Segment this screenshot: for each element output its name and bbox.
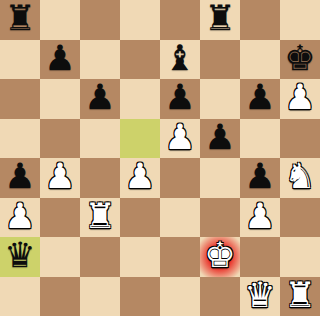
square-h6[interactable]: ♟ [280,79,320,119]
white-knight[interactable]: ♞ [284,158,315,197]
square-f6[interactable] [200,79,240,119]
square-d6[interactable] [120,79,160,119]
square-d5[interactable] [120,119,160,159]
square-e7[interactable]: ♝ [160,40,200,80]
black-pawn[interactable]: ♟ [164,79,195,118]
square-e2[interactable] [160,237,200,277]
square-d1[interactable] [120,277,160,317]
square-f7[interactable] [200,40,240,80]
white-queen[interactable]: ♛ [244,277,275,316]
square-h4[interactable]: ♞ [280,158,320,198]
white-rook[interactable]: ♜ [84,198,115,237]
square-g3[interactable]: ♟ [240,198,280,238]
square-f3[interactable] [200,198,240,238]
square-e3[interactable] [160,198,200,238]
white-pawn[interactable]: ♟ [244,198,275,237]
square-h3[interactable] [280,198,320,238]
square-b2[interactable] [40,237,80,277]
square-b3[interactable] [40,198,80,238]
square-f2[interactable]: ♚ [200,237,240,277]
square-g6[interactable]: ♟ [240,79,280,119]
square-g4[interactable]: ♟ [240,158,280,198]
black-rook[interactable]: ♜ [204,0,235,39]
square-e4[interactable] [160,158,200,198]
square-b4[interactable]: ♟ [40,158,80,198]
square-a1[interactable] [0,277,40,317]
square-e1[interactable] [160,277,200,317]
square-d4[interactable]: ♟ [120,158,160,198]
square-h2[interactable] [280,237,320,277]
square-c4[interactable] [80,158,120,198]
square-e8[interactable] [160,0,200,40]
square-d2[interactable] [120,237,160,277]
square-d7[interactable] [120,40,160,80]
square-b7[interactable]: ♟ [40,40,80,80]
white-pawn[interactable]: ♟ [124,158,155,197]
square-e6[interactable]: ♟ [160,79,200,119]
square-g7[interactable] [240,40,280,80]
square-c2[interactable] [80,237,120,277]
square-g1[interactable]: ♛ [240,277,280,317]
square-c6[interactable]: ♟ [80,79,120,119]
square-e5[interactable]: ♟ [160,119,200,159]
square-g5[interactable] [240,119,280,159]
white-pawn[interactable]: ♟ [44,158,75,197]
white-pawn[interactable]: ♟ [284,79,315,118]
square-g8[interactable] [240,0,280,40]
square-a8[interactable]: ♜ [0,0,40,40]
square-f5[interactable]: ♟ [200,119,240,159]
square-a4[interactable]: ♟ [0,158,40,198]
black-rook[interactable]: ♜ [4,0,35,39]
square-c5[interactable] [80,119,120,159]
square-g2[interactable] [240,237,280,277]
square-d8[interactable] [120,0,160,40]
square-f1[interactable] [200,277,240,317]
white-pawn[interactable]: ♟ [4,198,35,237]
black-pawn[interactable]: ♟ [244,79,275,118]
black-king[interactable]: ♚ [284,40,315,79]
square-a3[interactable]: ♟ [0,198,40,238]
black-queen[interactable]: ♛ [4,237,35,276]
white-king[interactable]: ♚ [204,237,235,276]
square-f4[interactable] [200,158,240,198]
square-c3[interactable]: ♜ [80,198,120,238]
square-c8[interactable] [80,0,120,40]
square-d3[interactable] [120,198,160,238]
black-pawn[interactable]: ♟ [204,119,235,158]
square-h1[interactable]: ♜ [280,277,320,317]
square-b8[interactable] [40,0,80,40]
square-a5[interactable] [0,119,40,159]
black-pawn[interactable]: ♟ [44,40,75,79]
square-h7[interactable]: ♚ [280,40,320,80]
white-pawn[interactable]: ♟ [164,119,195,158]
square-a7[interactable] [0,40,40,80]
square-a6[interactable] [0,79,40,119]
black-pawn[interactable]: ♟ [84,79,115,118]
square-c1[interactable] [80,277,120,317]
square-f8[interactable]: ♜ [200,0,240,40]
square-b1[interactable] [40,277,80,317]
square-b5[interactable] [40,119,80,159]
square-h8[interactable] [280,0,320,40]
square-a2[interactable]: ♛ [0,237,40,277]
black-pawn[interactable]: ♟ [4,158,35,197]
chess-board: ♜♜♟♝♚♟♟♟♟♟♟♟♟♟♟♞♟♜♟♛♚♛♜ [0,0,320,316]
white-rook[interactable]: ♜ [284,277,315,316]
square-h5[interactable] [280,119,320,159]
square-b6[interactable] [40,79,80,119]
square-c7[interactable] [80,40,120,80]
black-pawn[interactable]: ♟ [244,158,275,197]
black-bishop[interactable]: ♝ [164,40,195,79]
